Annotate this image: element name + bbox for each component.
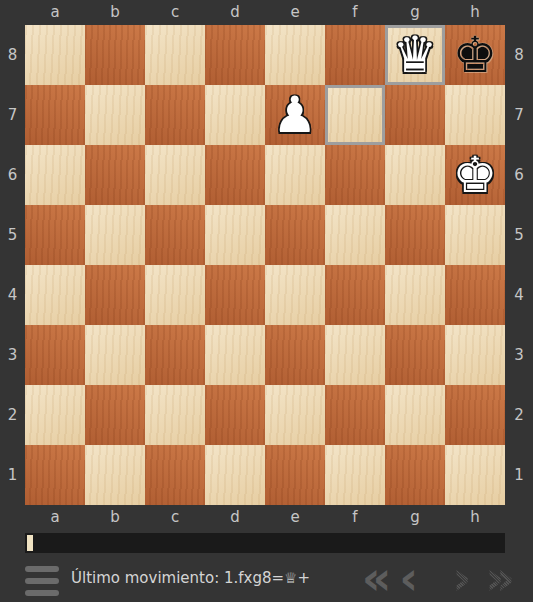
- square-h2[interactable]: [445, 385, 505, 445]
- rank-label-right-8: 8: [505, 25, 533, 85]
- square-e7[interactable]: ♟: [265, 85, 325, 145]
- square-b2[interactable]: [85, 385, 145, 445]
- nav-prev-button[interactable]: ‹: [399, 558, 418, 598]
- square-f3[interactable]: [325, 325, 385, 385]
- file-label-top-h: h: [445, 0, 505, 25]
- square-d6[interactable]: [205, 145, 265, 205]
- rank-label-left-2: 2: [0, 385, 25, 445]
- square-c7[interactable]: [145, 85, 205, 145]
- square-b4[interactable]: [85, 265, 145, 325]
- square-b7[interactable]: [85, 85, 145, 145]
- rank-label-left-4: 4: [0, 265, 25, 325]
- piece-white-pawn[interactable]: ♟: [273, 85, 318, 145]
- rank-label-right-7: 7: [505, 85, 533, 145]
- square-d1[interactable]: [205, 445, 265, 505]
- square-d8[interactable]: [205, 25, 265, 85]
- nav-first-button[interactable]: «: [362, 558, 392, 598]
- piece-white-queen[interactable]: ♛: [393, 25, 438, 85]
- file-label-bottom-b: b: [85, 505, 145, 530]
- move-navigation: «‹›»: [362, 558, 515, 598]
- square-e3[interactable]: [265, 325, 325, 385]
- rank-label-right-3: 3: [505, 325, 533, 385]
- file-label-bottom-h: h: [445, 505, 505, 530]
- rank-label-right-4: 4: [505, 265, 533, 325]
- square-e4[interactable]: [265, 265, 325, 325]
- chess-board: abcdefgh8♛♚87♟76♚65544332211abcdefgh: [0, 0, 533, 530]
- menu-button[interactable]: [25, 566, 59, 596]
- square-f6[interactable]: [325, 145, 385, 205]
- square-a5[interactable]: [25, 205, 85, 265]
- square-g2[interactable]: [385, 385, 445, 445]
- square-b6[interactable]: [85, 145, 145, 205]
- file-label-bottom-g: g: [385, 505, 445, 530]
- corner-spacer: [505, 505, 533, 530]
- rank-label-right-2: 2: [505, 385, 533, 445]
- file-label-top-d: d: [205, 0, 265, 25]
- square-a3[interactable]: [25, 325, 85, 385]
- square-h3[interactable]: [445, 325, 505, 385]
- square-g7[interactable]: [385, 85, 445, 145]
- square-a2[interactable]: [25, 385, 85, 445]
- square-c5[interactable]: [145, 205, 205, 265]
- file-label-bottom-d: d: [205, 505, 265, 530]
- square-b5[interactable]: [85, 205, 145, 265]
- file-label-top-e: e: [265, 0, 325, 25]
- square-a8[interactable]: [25, 25, 85, 85]
- rank-label-left-1: 1: [0, 445, 25, 505]
- hamburger-icon: [25, 590, 59, 596]
- square-b3[interactable]: [85, 325, 145, 385]
- corner-spacer: [0, 505, 25, 530]
- square-c6[interactable]: [145, 145, 205, 205]
- square-c8[interactable]: [145, 25, 205, 85]
- square-e5[interactable]: [265, 205, 325, 265]
- square-a6[interactable]: [25, 145, 85, 205]
- nav-last-button[interactable]: »: [485, 558, 515, 598]
- piece-white-king[interactable]: ♚: [453, 145, 498, 205]
- nav-next-button[interactable]: ›: [452, 558, 471, 598]
- file-label-top-b: b: [85, 0, 145, 25]
- file-label-bottom-a: a: [25, 505, 85, 530]
- square-g4[interactable]: [385, 265, 445, 325]
- square-h1[interactable]: [445, 445, 505, 505]
- file-label-top-g: g: [385, 0, 445, 25]
- square-g6[interactable]: [385, 145, 445, 205]
- square-h8[interactable]: ♚: [445, 25, 505, 85]
- hamburger-icon: [25, 566, 59, 572]
- square-h7[interactable]: [445, 85, 505, 145]
- square-d5[interactable]: [205, 205, 265, 265]
- square-h5[interactable]: [445, 205, 505, 265]
- rank-label-right-1: 1: [505, 445, 533, 505]
- square-d3[interactable]: [205, 325, 265, 385]
- piece-black-king[interactable]: ♚: [453, 25, 498, 85]
- file-label-bottom-e: e: [265, 505, 325, 530]
- square-d7[interactable]: [205, 85, 265, 145]
- hamburger-icon: [25, 578, 59, 584]
- square-h6[interactable]: ♚: [445, 145, 505, 205]
- rank-label-right-5: 5: [505, 205, 533, 265]
- rank-label-right-6: 6: [505, 145, 533, 205]
- move-progress-bar[interactable]: [25, 533, 505, 553]
- rank-label-left-7: 7: [0, 85, 25, 145]
- file-label-bottom-f: f: [325, 505, 385, 530]
- file-label-top-c: c: [145, 0, 205, 25]
- square-c3[interactable]: [145, 325, 205, 385]
- square-a4[interactable]: [25, 265, 85, 325]
- square-f8[interactable]: [325, 25, 385, 85]
- rank-label-left-8: 8: [0, 25, 25, 85]
- square-h4[interactable]: [445, 265, 505, 325]
- file-label-top-f: f: [325, 0, 385, 25]
- file-label-bottom-c: c: [145, 505, 205, 530]
- bottom-toolbar: Último movimiento: 1.fxg8=♕+ «‹›»: [0, 553, 533, 602]
- rank-label-left-6: 6: [0, 145, 25, 205]
- square-g1[interactable]: [385, 445, 445, 505]
- square-e6[interactable]: [265, 145, 325, 205]
- corner-spacer: [0, 0, 25, 25]
- square-b8[interactable]: [85, 25, 145, 85]
- square-g8[interactable]: ♛: [385, 25, 445, 85]
- square-g5[interactable]: [385, 205, 445, 265]
- square-g3[interactable]: [385, 325, 445, 385]
- square-f4[interactable]: [325, 265, 385, 325]
- chess-app: abcdefgh8♛♚87♟76♚65544332211abcdefgh Últ…: [0, 0, 533, 602]
- square-e1[interactable]: [265, 445, 325, 505]
- square-d2[interactable]: [205, 385, 265, 445]
- square-f2[interactable]: [325, 385, 385, 445]
- square-f7[interactable]: [325, 85, 385, 145]
- square-b1[interactable]: [85, 445, 145, 505]
- last-move-status: Último movimiento: 1.fxg8=♕+: [71, 569, 310, 587]
- square-c1[interactable]: [145, 445, 205, 505]
- square-e8[interactable]: [265, 25, 325, 85]
- square-c2[interactable]: [145, 385, 205, 445]
- square-c4[interactable]: [145, 265, 205, 325]
- move-progress-fill: [27, 535, 33, 551]
- rank-label-left-3: 3: [0, 325, 25, 385]
- square-a1[interactable]: [25, 445, 85, 505]
- rank-label-left-5: 5: [0, 205, 25, 265]
- square-d4[interactable]: [205, 265, 265, 325]
- square-e2[interactable]: [265, 385, 325, 445]
- square-f1[interactable]: [325, 445, 385, 505]
- square-f5[interactable]: [325, 205, 385, 265]
- file-label-top-a: a: [25, 0, 85, 25]
- square-a7[interactable]: [25, 85, 85, 145]
- corner-spacer: [505, 0, 533, 25]
